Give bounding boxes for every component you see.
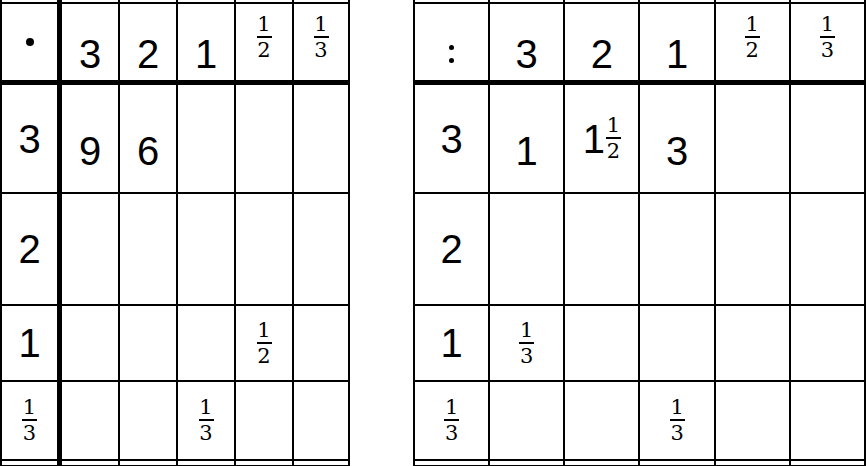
answer-cell[interactable] — [120, 194, 178, 306]
fraction-value: 13 — [199, 399, 214, 442]
answer-cell[interactable]: 13 — [490, 306, 565, 382]
answer-cell[interactable] — [62, 194, 120, 306]
fraction-numerator: 1 — [314, 16, 327, 33]
column-header-cell: 12 — [236, 4, 294, 85]
col-header-label: 2 — [591, 38, 613, 70]
fraction-value: 13 — [519, 322, 534, 365]
column-header-cell: 1 — [640, 4, 715, 85]
col-header-label: 3 — [516, 38, 538, 70]
answer-cell[interactable]: 3 — [640, 85, 715, 194]
worksheet-canvas: 321121339621121313 321121331112321131313 — [0, 0, 866, 466]
fraction-value: 13 — [314, 16, 329, 59]
column-header-cell: 2 — [120, 4, 178, 85]
answer-cell[interactable] — [236, 85, 294, 194]
column-header-cell: 3 — [62, 4, 120, 85]
answer-cell[interactable] — [565, 194, 640, 306]
col-header-label: 1 — [195, 38, 217, 70]
fraction-denominator: 3 — [314, 42, 327, 59]
fraction-value: 12 — [257, 322, 272, 365]
row-header-cell: 3 — [2, 85, 62, 194]
answer-cell[interactable] — [716, 306, 791, 382]
answer-cell[interactable] — [791, 306, 866, 382]
fraction-numerator: 1 — [670, 399, 683, 416]
answer-cell[interactable] — [791, 85, 866, 194]
answer-cell[interactable] — [565, 382, 640, 461]
grid-stub-cell — [178, 461, 236, 466]
row-header-cell: 1 — [2, 306, 62, 382]
grid-stub-cell — [490, 461, 565, 466]
multiplication-table: 321121339621121313 — [0, 0, 350, 466]
column-header-cell: 13 — [294, 4, 350, 85]
cell-value: 6 — [137, 135, 159, 167]
row-header-label: 2 — [440, 233, 462, 265]
answer-cell[interactable] — [294, 194, 350, 306]
mixed-number-whole: 1 — [583, 123, 605, 155]
row-header-label: 3 — [18, 123, 40, 155]
fraction-denominator: 2 — [746, 42, 759, 59]
column-header-cell: 13 — [791, 4, 866, 85]
row-header-cell: 1 — [415, 306, 490, 382]
row-header-label: 3 — [440, 123, 462, 155]
fraction-value: 13 — [22, 399, 37, 442]
column-header-cell: 1 — [178, 4, 236, 85]
fraction-value: 12 — [257, 16, 272, 59]
answer-cell[interactable] — [120, 382, 178, 461]
fraction-numerator: 1 — [257, 322, 270, 339]
row-header-label: 1 — [440, 327, 462, 359]
fraction-denominator: 2 — [607, 143, 620, 160]
answer-cell[interactable] — [490, 194, 565, 306]
answer-cell[interactable]: 1 — [490, 85, 565, 194]
answer-cell[interactable] — [178, 306, 236, 382]
fraction-value: 12 — [606, 117, 621, 160]
cell-value: 1 — [516, 135, 538, 167]
grid-stub-cell — [120, 461, 178, 466]
answer-cell[interactable] — [62, 382, 120, 461]
row-header-cell: 13 — [2, 382, 62, 461]
cell-value: 9 — [79, 135, 101, 167]
fraction-denominator: 3 — [670, 425, 683, 442]
col-header-label: 3 — [79, 38, 101, 70]
multiplication-operator-cell — [2, 4, 62, 85]
fraction-denominator: 3 — [199, 425, 212, 442]
answer-cell[interactable] — [791, 382, 866, 461]
answer-cell[interactable] — [294, 85, 350, 194]
cell-value: 3 — [666, 135, 688, 167]
row-header-cell: 2 — [2, 194, 62, 306]
column-header-cell: 3 — [490, 4, 565, 85]
fraction-numerator: 1 — [199, 399, 212, 416]
division-table: 321121331112321131313 — [413, 0, 866, 466]
grid-stub-cell — [640, 461, 715, 466]
grid-stub-cell — [2, 461, 62, 466]
answer-cell[interactable] — [565, 306, 640, 382]
fraction-denominator: 3 — [520, 348, 533, 365]
answer-cell[interactable] — [236, 382, 294, 461]
fraction-denominator: 2 — [257, 348, 270, 365]
multiplication-dot-icon — [26, 38, 34, 46]
col-header-label: 2 — [137, 38, 159, 70]
row-header-cell: 3 — [415, 85, 490, 194]
grid-stub-cell — [716, 461, 791, 466]
fraction-numerator: 1 — [257, 16, 270, 33]
column-header-cell: 2 — [565, 4, 640, 85]
row-header-cell: 2 — [415, 194, 490, 306]
answer-cell[interactable] — [120, 306, 178, 382]
answer-cell[interactable] — [178, 85, 236, 194]
grid-stub-cell — [236, 461, 294, 466]
answer-cell[interactable]: 6 — [120, 85, 178, 194]
grid-stub-cell — [62, 461, 120, 466]
answer-cell[interactable] — [716, 382, 791, 461]
answer-cell[interactable]: 112 — [565, 85, 640, 194]
fraction-value: 13 — [444, 399, 459, 442]
fraction-numerator: 1 — [607, 117, 620, 134]
answer-cell[interactable] — [294, 306, 350, 382]
row-header-cell: 13 — [415, 382, 490, 461]
row-header-label: 2 — [18, 233, 40, 265]
answer-cell[interactable] — [640, 194, 715, 306]
row-header-label: 1 — [18, 327, 40, 359]
fraction-value: 13 — [670, 399, 685, 442]
division-operator-cell — [415, 4, 490, 85]
fraction-numerator: 1 — [445, 399, 458, 416]
answer-cell[interactable] — [294, 382, 350, 461]
fraction-numerator: 1 — [746, 16, 759, 33]
fraction-value: 13 — [820, 16, 835, 59]
fraction-denominator: 3 — [445, 425, 458, 442]
col-header-label: 1 — [666, 38, 688, 70]
answer-cell[interactable]: 13 — [640, 382, 715, 461]
division-colon-icon — [449, 45, 454, 63]
answer-cell[interactable] — [236, 194, 294, 306]
grid-stub-cell — [294, 461, 350, 466]
fraction-denominator: 2 — [257, 42, 270, 59]
answer-cell[interactable]: 13 — [178, 382, 236, 461]
answer-cell[interactable] — [640, 306, 715, 382]
grid-stub-cell — [415, 461, 490, 466]
answer-cell[interactable] — [62, 306, 120, 382]
answer-cell[interactable]: 12 — [236, 306, 294, 382]
fraction-numerator: 1 — [821, 16, 834, 33]
grid-stub-cell — [791, 461, 866, 466]
fraction-value: 12 — [745, 16, 760, 59]
answer-cell[interactable] — [490, 382, 565, 461]
fraction-denominator: 3 — [23, 425, 36, 442]
answer-cell[interactable] — [716, 194, 791, 306]
column-header-cell: 12 — [716, 4, 791, 85]
answer-cell[interactable] — [178, 194, 236, 306]
fraction-numerator: 1 — [520, 322, 533, 339]
answer-cell[interactable] — [791, 194, 866, 306]
grid-stub-cell — [565, 461, 640, 466]
fraction-denominator: 3 — [821, 42, 834, 59]
fraction-numerator: 1 — [23, 399, 36, 416]
mixed-number-value: 112 — [583, 117, 621, 160]
answer-cell[interactable]: 9 — [62, 85, 120, 194]
answer-cell[interactable] — [716, 85, 791, 194]
